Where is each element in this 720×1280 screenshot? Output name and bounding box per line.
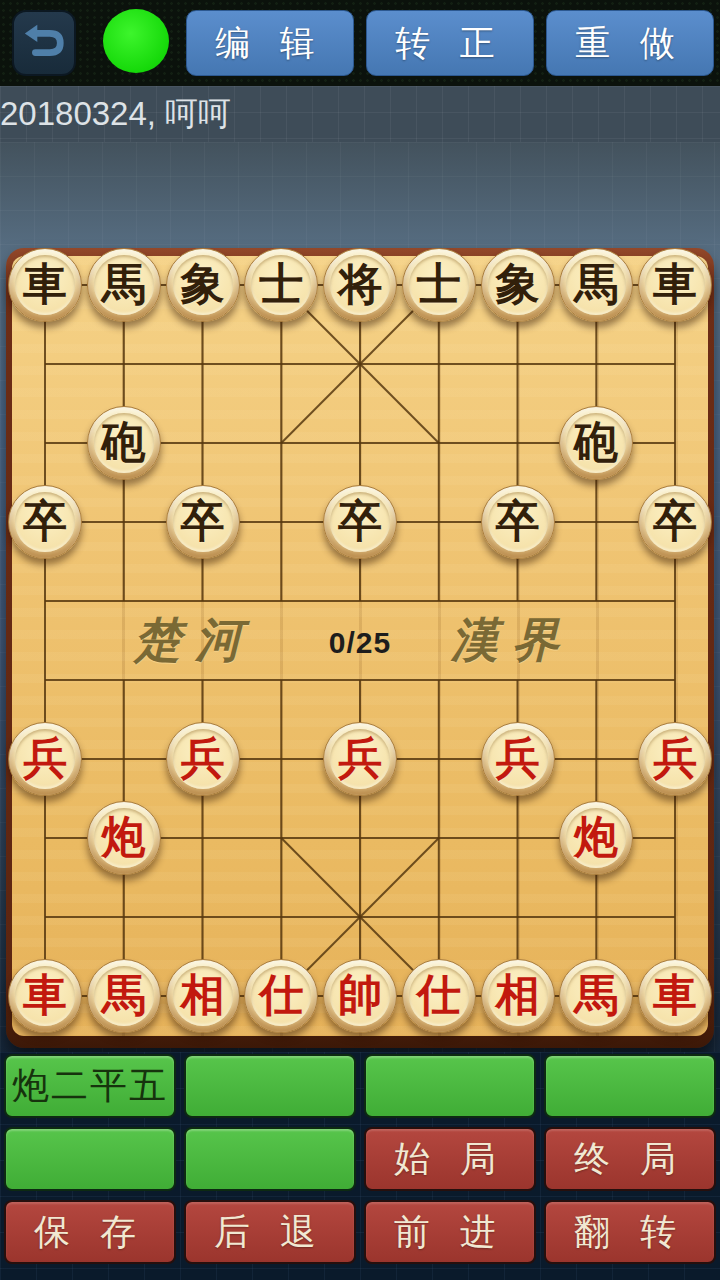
piece-character: 将 <box>324 249 396 321</box>
bottom-panel: 炮二平五 始 局 终 局 保 存 后 退 前 进 翻 转 <box>0 1052 720 1280</box>
end-position-button[interactable]: 终 局 <box>544 1127 716 1191</box>
piece-black[interactable]: 車 <box>8 248 82 322</box>
move-notation-button[interactable]: 炮二平五 <box>4 1054 176 1118</box>
piece-character: 車 <box>639 249 711 321</box>
top-toolbar: 编 辑 转 正 重 做 <box>0 0 720 88</box>
piece-black[interactable]: 将 <box>323 248 397 322</box>
redo-button[interactable]: 重 做 <box>546 10 714 76</box>
piece-black[interactable]: 士 <box>402 248 476 322</box>
river-label-left: 楚河 <box>134 609 256 672</box>
piece-character: 馬 <box>560 249 632 321</box>
piece-black[interactable]: 卒 <box>166 485 240 559</box>
piece-black[interactable]: 卒 <box>8 485 82 559</box>
piece-character: 相 <box>482 960 554 1032</box>
move-slot[interactable] <box>184 1127 356 1191</box>
piece-black[interactable]: 卒 <box>323 485 397 559</box>
piece-black[interactable]: 象 <box>166 248 240 322</box>
move-counter: 0/25 <box>329 626 391 660</box>
piece-red[interactable]: 炮 <box>87 801 161 875</box>
piece-black[interactable]: 卒 <box>638 485 712 559</box>
piece-character: 相 <box>167 960 239 1032</box>
piece-character: 兵 <box>324 723 396 795</box>
piece-red[interactable]: 兵 <box>323 722 397 796</box>
piece-character: 帥 <box>324 960 396 1032</box>
piece-character: 象 <box>167 249 239 321</box>
piece-character: 兵 <box>9 723 81 795</box>
rotate-button[interactable]: 转 正 <box>366 10 534 76</box>
piece-character: 卒 <box>9 486 81 558</box>
piece-red[interactable]: 仕 <box>244 959 318 1033</box>
piece-black[interactable]: 砲 <box>559 406 633 480</box>
piece-red[interactable]: 車 <box>8 959 82 1033</box>
piece-character: 士 <box>245 249 317 321</box>
step-forward-button[interactable]: 前 进 <box>364 1200 536 1264</box>
piece-character: 兵 <box>639 723 711 795</box>
piece-black[interactable]: 馬 <box>87 248 161 322</box>
piece-black[interactable]: 砲 <box>87 406 161 480</box>
piece-character: 卒 <box>482 486 554 558</box>
move-slot[interactable] <box>4 1127 176 1191</box>
piece-red[interactable]: 兵 <box>8 722 82 796</box>
piece-red[interactable]: 炮 <box>559 801 633 875</box>
screen: 编 辑 转 正 重 做 20180324, 呵呵 <box>0 0 720 1280</box>
piece-black[interactable]: 馬 <box>559 248 633 322</box>
back-arrow-icon <box>21 20 67 66</box>
move-slot[interactable] <box>184 1054 356 1118</box>
edit-button[interactable]: 编 辑 <box>186 10 354 76</box>
piece-black[interactable]: 車 <box>638 248 712 322</box>
river-label-right: 漢界 <box>451 609 573 672</box>
turn-indicator <box>103 9 169 73</box>
back-button[interactable] <box>12 10 76 76</box>
step-back-button[interactable]: 后 退 <box>184 1200 356 1264</box>
move-slot[interactable] <box>544 1054 716 1118</box>
piece-red[interactable]: 車 <box>638 959 712 1033</box>
piece-character: 象 <box>482 249 554 321</box>
piece-character: 士 <box>403 249 475 321</box>
piece-red[interactable]: 相 <box>481 959 555 1033</box>
piece-character: 車 <box>639 960 711 1032</box>
piece-character: 車 <box>9 249 81 321</box>
piece-black[interactable]: 卒 <box>481 485 555 559</box>
piece-character: 卒 <box>324 486 396 558</box>
piece-character: 砲 <box>88 407 160 479</box>
piece-character: 卒 <box>639 486 711 558</box>
piece-red[interactable]: 相 <box>166 959 240 1033</box>
piece-character: 炮 <box>560 802 632 874</box>
piece-red[interactable]: 馬 <box>559 959 633 1033</box>
move-slot[interactable] <box>364 1054 536 1118</box>
game-title: 20180324, 呵呵 <box>0 92 231 137</box>
piece-character: 兵 <box>167 723 239 795</box>
xiangqi-board[interactable]: 楚河 漢界 0/25 車馬象士将士象馬車砲砲卒卒卒卒卒兵兵兵兵兵炮炮車馬相仕帥仕… <box>6 248 714 1048</box>
piece-red[interactable]: 帥 <box>323 959 397 1033</box>
piece-red[interactable]: 馬 <box>87 959 161 1033</box>
flip-board-button[interactable]: 翻 转 <box>544 1200 716 1264</box>
save-button[interactable]: 保 存 <box>4 1200 176 1264</box>
piece-character: 馬 <box>88 960 160 1032</box>
piece-red[interactable]: 兵 <box>166 722 240 796</box>
piece-red[interactable]: 仕 <box>402 959 476 1033</box>
piece-character: 馬 <box>560 960 632 1032</box>
piece-character: 兵 <box>482 723 554 795</box>
piece-character: 卒 <box>167 486 239 558</box>
piece-black[interactable]: 士 <box>244 248 318 322</box>
piece-black[interactable]: 象 <box>481 248 555 322</box>
piece-character: 馬 <box>88 249 160 321</box>
piece-character: 仕 <box>245 960 317 1032</box>
piece-character: 車 <box>9 960 81 1032</box>
controls-grid: 炮二平五 始 局 终 局 保 存 后 退 前 进 翻 转 <box>4 1054 716 1264</box>
piece-character: 仕 <box>403 960 475 1032</box>
piece-red[interactable]: 兵 <box>481 722 555 796</box>
start-position-button[interactable]: 始 局 <box>364 1127 536 1191</box>
piece-red[interactable]: 兵 <box>638 722 712 796</box>
title-bar: 20180324, 呵呵 <box>0 86 720 143</box>
piece-character: 砲 <box>560 407 632 479</box>
piece-character: 炮 <box>88 802 160 874</box>
